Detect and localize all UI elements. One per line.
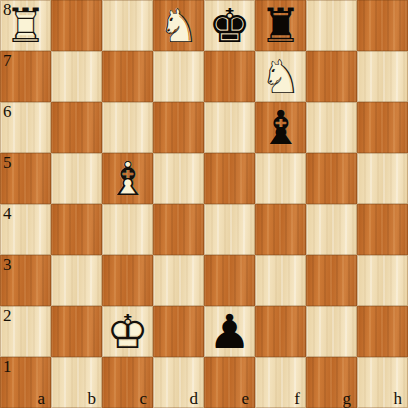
square-c2[interactable]: ♚♔ [102,306,153,357]
piece-black-king[interactable]: ♚ [204,0,255,51]
square-a5[interactable]: 5 [0,153,51,204]
square-e4[interactable] [204,204,255,255]
square-e2[interactable]: ♟ [204,306,255,357]
square-d6[interactable] [153,102,204,153]
rank-label-3: 3 [3,256,12,273]
chess-board: 8♜♖♞♘♚♜7♞♘6♝5♝♗432♚♔♟1abcdefgh [0,0,408,408]
white-rook-glyph-outline: ♖ [0,0,51,51]
square-f4[interactable] [255,204,306,255]
square-b3[interactable] [51,255,102,306]
square-e5[interactable] [204,153,255,204]
square-d5[interactable] [153,153,204,204]
piece-white-bishop[interactable]: ♝♗ [102,153,153,204]
file-label-f: f [294,390,300,407]
square-d1[interactable]: d [153,357,204,408]
file-label-g: g [343,390,352,407]
black-bishop-glyph: ♝ [255,102,306,153]
square-g5[interactable] [306,153,357,204]
square-g3[interactable] [306,255,357,306]
piece-white-knight[interactable]: ♞♘ [255,51,306,102]
square-a7[interactable]: 7 [0,51,51,102]
square-a8[interactable]: 8♜♖ [0,0,51,51]
square-b7[interactable] [51,51,102,102]
rank-label-5: 5 [3,154,12,171]
piece-black-pawn[interactable]: ♟ [204,306,255,357]
white-bishop-glyph-outline: ♗ [102,153,153,204]
piece-black-bishop[interactable]: ♝ [255,102,306,153]
square-a6[interactable]: 6 [0,102,51,153]
white-knight-glyph-outline: ♘ [255,51,306,102]
file-label-c: c [139,390,147,407]
square-f2[interactable] [255,306,306,357]
square-b6[interactable] [51,102,102,153]
square-d2[interactable] [153,306,204,357]
square-f5[interactable] [255,153,306,204]
square-f1[interactable]: f [255,357,306,408]
square-c8[interactable] [102,0,153,51]
square-e3[interactable] [204,255,255,306]
square-c1[interactable]: c [102,357,153,408]
black-rook-glyph: ♜ [255,0,306,51]
square-h3[interactable] [357,255,408,306]
piece-white-king[interactable]: ♚♔ [102,306,153,357]
square-h1[interactable]: h [357,357,408,408]
square-b8[interactable] [51,0,102,51]
square-f6[interactable]: ♝ [255,102,306,153]
square-b4[interactable] [51,204,102,255]
square-d8[interactable]: ♞♘ [153,0,204,51]
square-h4[interactable] [357,204,408,255]
square-b1[interactable]: b [51,357,102,408]
square-d3[interactable] [153,255,204,306]
square-c3[interactable] [102,255,153,306]
square-f7[interactable]: ♞♘ [255,51,306,102]
square-g7[interactable] [306,51,357,102]
square-e8[interactable]: ♚ [204,0,255,51]
file-label-e: e [241,390,249,407]
black-pawn-glyph: ♟ [204,306,255,357]
square-h5[interactable] [357,153,408,204]
square-f8[interactable]: ♜ [255,0,306,51]
square-e6[interactable] [204,102,255,153]
rank-label-7: 7 [3,52,12,69]
square-g8[interactable] [306,0,357,51]
square-g2[interactable] [306,306,357,357]
black-king-glyph: ♚ [204,0,255,51]
square-h6[interactable] [357,102,408,153]
square-a4[interactable]: 4 [0,204,51,255]
white-king-glyph-outline: ♔ [102,306,153,357]
rank-label-2: 2 [3,307,12,324]
square-h7[interactable] [357,51,408,102]
square-f3[interactable] [255,255,306,306]
file-label-d: d [190,390,199,407]
rank-label-1: 1 [3,358,12,375]
square-c5[interactable]: ♝♗ [102,153,153,204]
square-a2[interactable]: 2 [0,306,51,357]
file-label-h: h [394,390,403,407]
white-knight-glyph-outline: ♘ [153,0,204,51]
square-c4[interactable] [102,204,153,255]
square-c6[interactable] [102,102,153,153]
square-h8[interactable] [357,0,408,51]
square-d4[interactable] [153,204,204,255]
rank-label-6: 6 [3,103,12,120]
square-c7[interactable] [102,51,153,102]
square-a1[interactable]: 1a [0,357,51,408]
square-g4[interactable] [306,204,357,255]
square-g1[interactable]: g [306,357,357,408]
square-g6[interactable] [306,102,357,153]
square-d7[interactable] [153,51,204,102]
piece-white-knight[interactable]: ♞♘ [153,0,204,51]
rank-label-4: 4 [3,205,12,222]
square-e7[interactable] [204,51,255,102]
square-a3[interactable]: 3 [0,255,51,306]
square-b5[interactable] [51,153,102,204]
file-label-b: b [88,390,97,407]
piece-white-rook[interactable]: ♜♖ [0,0,51,51]
square-h2[interactable] [357,306,408,357]
file-label-a: a [37,390,45,407]
square-e1[interactable]: e [204,357,255,408]
square-b2[interactable] [51,306,102,357]
chess-diagram: 8♜♖♞♘♚♜7♞♘6♝5♝♗432♚♔♟1abcdefgh [0,0,408,408]
piece-black-rook[interactable]: ♜ [255,0,306,51]
